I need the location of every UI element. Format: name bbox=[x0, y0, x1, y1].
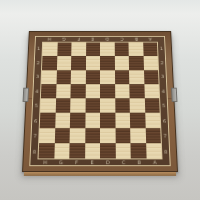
square-e4[interactable] bbox=[85, 84, 100, 98]
square-h8[interactable] bbox=[39, 143, 55, 158]
square-g8[interactable] bbox=[54, 143, 70, 158]
square-b3[interactable] bbox=[129, 70, 144, 84]
square-d1[interactable] bbox=[100, 43, 114, 57]
square-d4[interactable] bbox=[100, 84, 115, 98]
square-f6[interactable] bbox=[70, 113, 85, 128]
square-b7[interactable] bbox=[130, 128, 146, 143]
square-d6[interactable] bbox=[100, 113, 115, 128]
square-b4[interactable] bbox=[129, 84, 144, 98]
square-a7[interactable] bbox=[145, 128, 161, 143]
file-label-bottom-h: H bbox=[37, 159, 53, 165]
square-a1[interactable] bbox=[143, 43, 158, 57]
square-c5[interactable] bbox=[115, 98, 130, 113]
square-h5[interactable] bbox=[40, 98, 55, 113]
hinge-left-icon bbox=[23, 88, 29, 102]
rank-label-right-6: 6 bbox=[161, 113, 168, 128]
square-e7[interactable] bbox=[85, 128, 100, 143]
board-bottom-edge bbox=[24, 172, 176, 176]
square-e2[interactable] bbox=[85, 56, 100, 70]
square-g7[interactable] bbox=[54, 128, 70, 143]
square-g4[interactable] bbox=[56, 84, 71, 98]
rank-label-right-3: 3 bbox=[159, 69, 166, 83]
square-a5[interactable] bbox=[144, 98, 159, 113]
file-label-bottom-g: G bbox=[53, 159, 69, 165]
file-labels-bottom: HGFEDCBA bbox=[37, 159, 162, 165]
playing-field bbox=[37, 42, 162, 160]
square-f7[interactable] bbox=[70, 128, 85, 143]
square-b8[interactable] bbox=[130, 143, 146, 158]
square-h6[interactable] bbox=[40, 113, 56, 128]
square-c7[interactable] bbox=[115, 128, 130, 143]
square-a2[interactable] bbox=[143, 56, 158, 70]
square-b2[interactable] bbox=[129, 56, 144, 70]
square-f5[interactable] bbox=[70, 98, 85, 113]
square-e3[interactable] bbox=[85, 70, 100, 84]
square-g3[interactable] bbox=[56, 70, 71, 84]
rank-label-right-7: 7 bbox=[161, 128, 168, 143]
square-e6[interactable] bbox=[85, 113, 100, 128]
coordinate-band: HGFEDCBA HGFEDCBA 12345678 12345678 bbox=[29, 36, 170, 166]
file-label-bottom-e: E bbox=[84, 159, 100, 165]
square-h7[interactable] bbox=[39, 128, 55, 143]
square-a3[interactable] bbox=[144, 70, 159, 84]
square-c3[interactable] bbox=[115, 70, 130, 84]
square-c4[interactable] bbox=[115, 84, 130, 98]
square-g2[interactable] bbox=[56, 56, 71, 70]
square-d7[interactable] bbox=[100, 128, 115, 143]
rank-label-right-5: 5 bbox=[160, 98, 167, 113]
square-h2[interactable] bbox=[42, 56, 57, 70]
file-label-bottom-b: B bbox=[131, 159, 147, 165]
photo-background: HGFEDCBA HGFEDCBA 12345678 12345678 bbox=[0, 0, 200, 200]
square-b5[interactable] bbox=[130, 98, 145, 113]
square-b1[interactable] bbox=[128, 43, 143, 57]
file-label-bottom-a: A bbox=[147, 159, 163, 165]
rank-label-right-8: 8 bbox=[162, 144, 170, 160]
square-c6[interactable] bbox=[115, 113, 130, 128]
chess-board: HGFEDCBA HGFEDCBA 12345678 12345678 bbox=[22, 31, 178, 172]
file-label-bottom-d: D bbox=[100, 159, 116, 165]
square-d5[interactable] bbox=[100, 98, 115, 113]
square-c1[interactable] bbox=[114, 43, 129, 57]
file-label-bottom-f: F bbox=[69, 159, 85, 165]
square-c2[interactable] bbox=[114, 56, 129, 70]
square-f2[interactable] bbox=[71, 56, 86, 70]
square-a8[interactable] bbox=[146, 143, 162, 158]
square-d3[interactable] bbox=[100, 70, 115, 84]
square-f1[interactable] bbox=[71, 43, 86, 57]
square-e5[interactable] bbox=[85, 98, 100, 113]
square-b6[interactable] bbox=[130, 113, 145, 128]
square-f3[interactable] bbox=[71, 70, 86, 84]
square-d8[interactable] bbox=[100, 143, 115, 158]
square-h3[interactable] bbox=[41, 70, 56, 84]
square-a4[interactable] bbox=[144, 84, 159, 98]
square-a6[interactable] bbox=[145, 113, 161, 128]
square-f8[interactable] bbox=[69, 143, 85, 158]
square-g6[interactable] bbox=[55, 113, 70, 128]
square-e1[interactable] bbox=[86, 43, 100, 57]
square-e8[interactable] bbox=[85, 143, 100, 158]
square-f4[interactable] bbox=[70, 84, 85, 98]
square-h1[interactable] bbox=[42, 43, 57, 57]
rank-label-right-2: 2 bbox=[158, 55, 165, 69]
rank-label-right-4: 4 bbox=[160, 84, 167, 99]
square-c8[interactable] bbox=[115, 143, 131, 158]
square-g1[interactable] bbox=[57, 43, 72, 57]
hinge-right-icon bbox=[171, 88, 177, 102]
square-h4[interactable] bbox=[41, 84, 56, 98]
square-d2[interactable] bbox=[100, 56, 115, 70]
rank-label-right-1: 1 bbox=[158, 42, 165, 56]
file-label-bottom-c: C bbox=[116, 159, 132, 165]
square-g5[interactable] bbox=[55, 98, 70, 113]
